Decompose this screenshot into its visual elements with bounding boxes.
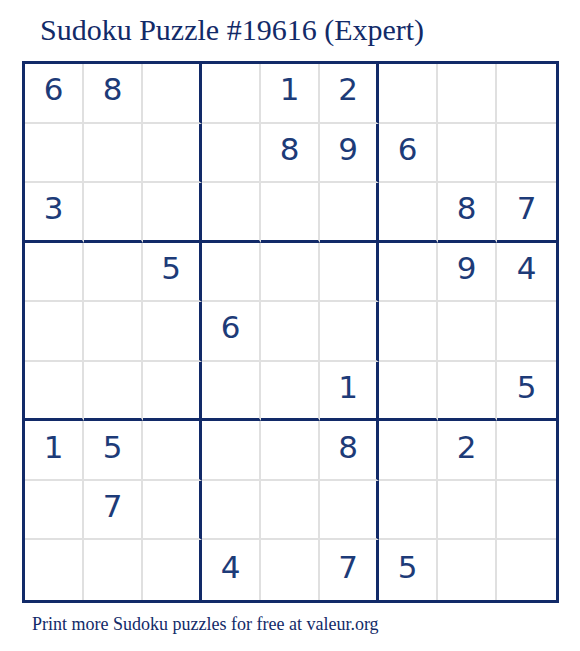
cell-r2c6: 9 — [320, 124, 379, 184]
cell-r2c2 — [84, 124, 143, 184]
cell-r4c8: 9 — [438, 243, 497, 303]
cell-r8c9 — [497, 481, 556, 541]
cell-r9c1 — [25, 540, 84, 600]
cell-r8c7 — [379, 481, 438, 541]
cell-r8c2: 7 — [84, 481, 143, 541]
cell-r1c1: 6 — [25, 64, 84, 124]
cell-r5c4: 6 — [202, 302, 261, 362]
cell-r8c8 — [438, 481, 497, 541]
cell-r2c4 — [202, 124, 261, 184]
cell-r3c3 — [143, 183, 202, 243]
cell-r9c8 — [438, 540, 497, 600]
cell-r9c9 — [497, 540, 556, 600]
cell-r6c1 — [25, 362, 84, 422]
cell-r6c7 — [379, 362, 438, 422]
cell-r5c8 — [438, 302, 497, 362]
cell-r8c4 — [202, 481, 261, 541]
cell-r3c8: 8 — [438, 183, 497, 243]
sudoku-board: 681289638759461515827475 — [22, 61, 559, 603]
cell-r1c5: 1 — [261, 64, 320, 124]
cell-r6c6: 1 — [320, 362, 379, 422]
cell-r3c2 — [84, 183, 143, 243]
cell-r1c3 — [143, 64, 202, 124]
cell-r3c4 — [202, 183, 261, 243]
cell-r7c5 — [261, 421, 320, 481]
cell-r5c1 — [25, 302, 84, 362]
cell-r2c7: 6 — [379, 124, 438, 184]
cell-r5c6 — [320, 302, 379, 362]
cell-r3c9: 7 — [497, 183, 556, 243]
cell-r7c8: 2 — [438, 421, 497, 481]
cell-r4c9: 4 — [497, 243, 556, 303]
cell-r1c7 — [379, 64, 438, 124]
cell-r6c5 — [261, 362, 320, 422]
cell-r6c2 — [84, 362, 143, 422]
cell-r5c9 — [497, 302, 556, 362]
cell-r1c4 — [202, 64, 261, 124]
cell-r2c3 — [143, 124, 202, 184]
footer-text: Print more Sudoku puzzles for free at va… — [32, 614, 379, 635]
cell-r7c9 — [497, 421, 556, 481]
cell-r9c2 — [84, 540, 143, 600]
cell-r4c2 — [84, 243, 143, 303]
cell-r7c7 — [379, 421, 438, 481]
cell-r1c9 — [497, 64, 556, 124]
cell-r6c3 — [143, 362, 202, 422]
cell-r1c6: 2 — [320, 64, 379, 124]
page-title: Sudoku Puzzle #19616 (Expert) — [40, 12, 424, 48]
cell-r3c7 — [379, 183, 438, 243]
cell-r9c5 — [261, 540, 320, 600]
cell-r8c1 — [25, 481, 84, 541]
cell-r9c4: 4 — [202, 540, 261, 600]
cell-r5c5 — [261, 302, 320, 362]
cell-r6c9: 5 — [497, 362, 556, 422]
cell-r5c3 — [143, 302, 202, 362]
cell-r7c2: 5 — [84, 421, 143, 481]
cell-r6c4 — [202, 362, 261, 422]
cell-r6c8 — [438, 362, 497, 422]
cell-r4c5 — [261, 243, 320, 303]
cell-r7c1: 1 — [25, 421, 84, 481]
cell-r7c6: 8 — [320, 421, 379, 481]
cell-r3c6 — [320, 183, 379, 243]
cell-r4c4 — [202, 243, 261, 303]
cell-r8c3 — [143, 481, 202, 541]
cell-r4c3: 5 — [143, 243, 202, 303]
cell-r1c8 — [438, 64, 497, 124]
cell-r4c1 — [25, 243, 84, 303]
cell-r9c3 — [143, 540, 202, 600]
cell-r3c5 — [261, 183, 320, 243]
cell-r5c2 — [84, 302, 143, 362]
cell-r8c5 — [261, 481, 320, 541]
cell-r3c1: 3 — [25, 183, 84, 243]
cell-r2c9 — [497, 124, 556, 184]
cell-r1c2: 8 — [84, 64, 143, 124]
cell-r2c5: 8 — [261, 124, 320, 184]
cell-r7c4 — [202, 421, 261, 481]
cell-r5c7 — [379, 302, 438, 362]
cell-r4c6 — [320, 243, 379, 303]
cell-r2c8 — [438, 124, 497, 184]
cell-r4c7 — [379, 243, 438, 303]
cell-r9c6: 7 — [320, 540, 379, 600]
cell-r2c1 — [25, 124, 84, 184]
cell-r8c6 — [320, 481, 379, 541]
cell-r9c7: 5 — [379, 540, 438, 600]
cell-r7c3 — [143, 421, 202, 481]
